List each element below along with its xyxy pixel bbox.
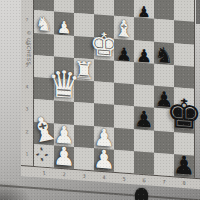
square-c8-r4 <box>174 65 194 89</box>
square-c3-r2 <box>74 13 94 37</box>
square-c2-r7: ♟ <box>54 123 74 147</box>
square-c7-r8 <box>154 153 174 177</box>
square-c5-r2: ♝ <box>114 16 134 40</box>
square-c6-r1: ♟ <box>134 0 154 19</box>
square-c7-r5: ♟ <box>154 86 174 110</box>
square-c3-r8 <box>74 147 94 171</box>
square-c3-r5 <box>74 80 94 104</box>
file-label-4: 4 <box>94 173 114 180</box>
square-c6-r3: ♟ <box>134 40 154 64</box>
white-bishop: ♝ <box>114 18 134 41</box>
black-pawn: ♟ <box>134 109 154 132</box>
square-c6-r6: ♟ <box>134 107 154 131</box>
offboard-captured-piece <box>135 188 148 200</box>
square-c2-r3 <box>54 34 74 58</box>
square-c7-r7 <box>154 130 174 154</box>
square-c1-r5 <box>34 77 54 101</box>
square-c8-r2 <box>174 20 194 44</box>
square-c3-r6 <box>74 102 94 126</box>
square-c7-r3: ♞ <box>154 41 174 65</box>
square-c5-r6 <box>114 105 134 129</box>
white-pawn: ♟ <box>53 124 74 148</box>
square-c4-r6 <box>94 104 114 128</box>
file-label-2: 2 <box>54 170 74 177</box>
file-label-3: 3 <box>74 172 94 179</box>
square-c1-r4 <box>34 55 54 79</box>
rank-label-3: 3 <box>21 106 33 112</box>
black-knight: ♞ <box>155 45 174 66</box>
rank-label-5: 5 <box>21 62 33 68</box>
square-c7-r6 <box>154 108 174 132</box>
table-edge-top-right <box>196 0 200 24</box>
square-c6-r2 <box>134 18 154 42</box>
square-c6-r4 <box>134 62 154 86</box>
file-label-6: 6 <box>134 176 154 183</box>
chess-board: © USCHESS 87654321 ♟♞♟♝♚♟♟♞♜♛♟♟♚♝♟♟♞♞♞♞♟… <box>21 0 200 189</box>
square-c6-r5 <box>134 84 154 108</box>
square-c5-r7 <box>114 127 134 151</box>
square-c2-r4 <box>54 56 74 80</box>
square-c2-r8: ♟ <box>54 145 74 169</box>
square-c5-r3: ♟ <box>114 38 134 62</box>
square-c1-r6 <box>34 99 54 123</box>
rank-label-8: 8 <box>21 0 33 1</box>
rank-label-7: 7 <box>21 17 33 23</box>
square-c8-r7 <box>174 132 194 156</box>
square-c1-r7: ♝ <box>34 121 54 145</box>
square-c1-r8: ♞♞♞♞ <box>34 144 54 168</box>
rank-label-4: 4 <box>21 84 33 90</box>
file-label-1: 1 <box>34 169 54 176</box>
square-c4-r3: ♚ <box>94 37 114 61</box>
square-c5-r4 <box>114 61 134 85</box>
square-c7-r4 <box>154 64 174 88</box>
square-c1-r2: ♞ <box>34 10 54 34</box>
rank-label-1: 1 <box>21 151 33 157</box>
square-c1-r3 <box>34 32 54 56</box>
square-c8-r1 <box>174 0 194 22</box>
white-pawn: ♟ <box>93 127 114 151</box>
square-c4-r1 <box>94 0 114 16</box>
square-c7-r2 <box>154 19 174 43</box>
square-c4-r2 <box>94 15 114 39</box>
white-rook: ♜ <box>73 59 94 83</box>
board-left-border: © USCHESS 87654321 <box>21 0 34 177</box>
square-c4-r4 <box>94 59 114 83</box>
square-c8-r6: ♚ <box>174 109 194 133</box>
square-c8-r5 <box>174 87 194 111</box>
logo-knight-glyph: ♞ <box>40 156 44 161</box>
square-c4-r8: ♟ <box>94 148 114 172</box>
square-c5-r8 <box>114 150 134 174</box>
square-c2-r2: ♟ <box>54 12 74 36</box>
file-label-5: 5 <box>114 175 134 182</box>
square-c7-r1 <box>154 0 174 20</box>
square-c4-r5 <box>94 81 114 105</box>
square-c5-r1 <box>114 0 134 18</box>
black-pawn: ♟ <box>155 89 174 110</box>
square-c8-r3 <box>174 43 194 67</box>
rank-label-2: 2 <box>21 129 33 135</box>
square-c3-r4: ♜ <box>74 58 94 82</box>
square-c6-r8 <box>134 151 154 175</box>
white-pawn: ♟ <box>93 147 116 172</box>
board-grid: ♟♞♟♝♚♟♟♞♜♛♟♟♚♝♟♟♞♞♞♞♟♟♟ <box>34 0 194 178</box>
square-c2-r6 <box>54 101 74 125</box>
chess-board-photo: © USCHESS 87654321 ♟♞♟♝♚♟♟♞♜♛♟♟♚♝♟♟♞♞♞♞♟… <box>0 0 200 200</box>
square-c4-r7: ♟ <box>94 126 114 150</box>
square-c5-r5 <box>114 83 134 107</box>
corner-shadow <box>0 180 32 200</box>
rank-label-6: 6 <box>21 40 33 46</box>
us-chess-logo: ♞♞♞♞ <box>36 148 48 162</box>
black-pawn: ♟ <box>173 153 196 178</box>
square-c8-r8: ♟ <box>174 154 194 178</box>
square-c6-r7 <box>134 129 154 153</box>
file-label-8: 8 <box>174 179 194 186</box>
square-c2-r5: ♛ <box>54 78 74 102</box>
square-c3-r3 <box>74 35 94 59</box>
file-label-7: 7 <box>154 178 174 185</box>
white-pawn: ♟ <box>53 145 76 170</box>
square-c3-r7 <box>74 124 94 148</box>
